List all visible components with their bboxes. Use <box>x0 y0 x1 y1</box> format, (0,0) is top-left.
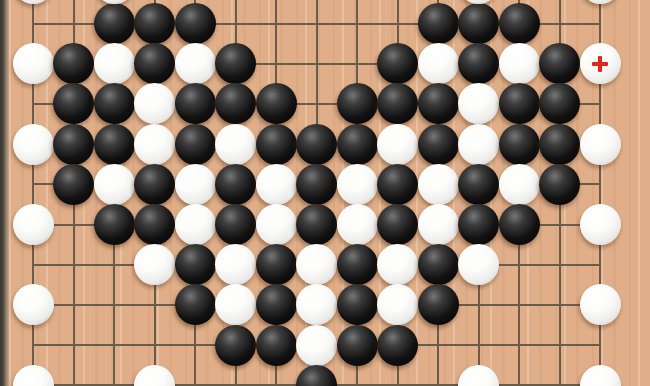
white-stone <box>94 43 135 84</box>
black-stone <box>256 284 297 325</box>
white-stone <box>134 244 175 285</box>
goban-board[interactable] <box>0 0 650 386</box>
black-stone <box>94 124 135 165</box>
black-stone <box>175 284 216 325</box>
black-stone <box>215 43 256 84</box>
black-stone <box>296 204 337 245</box>
white-stone <box>13 284 54 325</box>
black-stone <box>175 83 216 124</box>
white-stone <box>580 284 621 325</box>
white-stone <box>175 204 216 245</box>
black-stone <box>215 204 256 245</box>
black-stone <box>539 83 580 124</box>
last-move-marker <box>591 55 609 73</box>
black-stone <box>53 124 94 165</box>
black-stone <box>337 325 378 366</box>
black-stone <box>458 43 499 84</box>
black-stone <box>337 83 378 124</box>
white-stone <box>377 244 418 285</box>
white-stone <box>418 204 459 245</box>
white-stone <box>215 124 256 165</box>
white-stone <box>175 43 216 84</box>
black-stone <box>296 124 337 165</box>
black-stone <box>215 83 256 124</box>
black-stone <box>377 43 418 84</box>
white-stone <box>134 124 175 165</box>
white-stone <box>215 284 256 325</box>
black-stone <box>134 204 175 245</box>
white-stone <box>296 244 337 285</box>
black-stone <box>337 284 378 325</box>
white-stone <box>377 124 418 165</box>
black-stone <box>418 284 459 325</box>
white-stone <box>580 124 621 165</box>
black-stone <box>175 244 216 285</box>
white-stone <box>215 244 256 285</box>
black-stone <box>539 43 580 84</box>
black-stone <box>499 204 540 245</box>
white-stone <box>13 43 54 84</box>
white-stone <box>580 204 621 245</box>
black-stone <box>458 204 499 245</box>
black-stone <box>53 83 94 124</box>
white-stone <box>580 365 621 386</box>
white-stone <box>458 83 499 124</box>
white-stone <box>418 43 459 84</box>
white-stone <box>94 0 135 4</box>
black-stone <box>499 3 540 44</box>
white-stone <box>458 124 499 165</box>
white-stone <box>337 204 378 245</box>
white-stone <box>175 164 216 205</box>
black-stone <box>458 3 499 44</box>
white-stone <box>458 0 499 4</box>
white-stone <box>337 164 378 205</box>
white-stone <box>13 204 54 245</box>
white-stone <box>296 284 337 325</box>
white-stone <box>256 204 297 245</box>
black-stone <box>418 83 459 124</box>
black-stone <box>134 43 175 84</box>
black-stone <box>94 83 135 124</box>
black-stone <box>458 164 499 205</box>
black-stone <box>53 43 94 84</box>
black-stone <box>337 124 378 165</box>
white-stone <box>580 0 621 4</box>
black-stone <box>175 3 216 44</box>
black-stone <box>134 3 175 44</box>
black-stone <box>539 164 580 205</box>
board-left-edge <box>0 0 9 386</box>
black-stone <box>134 164 175 205</box>
black-stone <box>499 83 540 124</box>
black-stone <box>94 204 135 245</box>
black-stone <box>256 244 297 285</box>
white-stone <box>458 244 499 285</box>
black-stone <box>296 164 337 205</box>
black-stone <box>175 124 216 165</box>
black-stone <box>377 83 418 124</box>
white-stone <box>134 365 175 386</box>
white-stone <box>377 284 418 325</box>
black-stone <box>215 164 256 205</box>
black-stone <box>377 164 418 205</box>
white-stone <box>296 325 337 366</box>
black-stone <box>418 244 459 285</box>
black-stone <box>296 365 337 386</box>
white-stone <box>134 83 175 124</box>
white-stone <box>499 164 540 205</box>
black-stone <box>337 244 378 285</box>
white-stone <box>458 365 499 386</box>
white-stone <box>13 124 54 165</box>
white-stone <box>418 164 459 205</box>
black-stone <box>377 325 418 366</box>
black-stone <box>256 325 297 366</box>
black-stone <box>499 124 540 165</box>
white-stone <box>256 164 297 205</box>
last-move-marker-bar <box>598 56 602 72</box>
black-stone <box>94 3 135 44</box>
black-stone <box>418 124 459 165</box>
black-stone <box>256 83 297 124</box>
black-stone <box>539 124 580 165</box>
white-stone <box>499 43 540 84</box>
white-stone <box>13 0 54 4</box>
black-stone <box>53 164 94 205</box>
black-stone <box>377 204 418 245</box>
black-stone <box>418 3 459 44</box>
black-stone <box>215 325 256 366</box>
black-stone <box>256 124 297 165</box>
white-stone <box>94 164 135 205</box>
white-stone <box>13 365 54 386</box>
